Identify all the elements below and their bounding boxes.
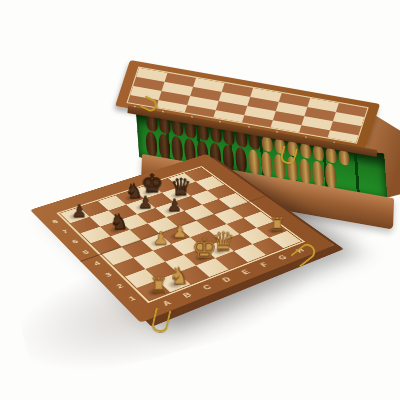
chessboard-perspective-wrap: ABCDEFGH 87654321 ♜♞♚♛♜♟♟♟♞♟♞♟♚♛ [0,117,356,337]
chessboard: ABCDEFGH 87654321 ♜♞♚♛♜♟♟♟♞♟♞♟♚♛ [30,154,335,323]
white-pawn-glyph: ♟ [172,223,188,240]
white-king-glyph: ♚ [192,233,218,261]
black-pawn-glyph: ♟ [138,194,153,211]
black-knight-glyph: ♞ [110,212,129,233]
white-pawn-glyph: ♟ [153,230,169,248]
product-photo-scene: ABCDEFGH 87654321 ♜♞♚♛♜♟♟♟♞♟♞♟♚♛ [0,0,400,400]
chess-piece-white-rook-h2: ♜ [256,221,287,238]
white-rook-glyph: ♜ [149,275,168,296]
white-rook-glyph: ♜ [269,215,286,234]
chess-piece-black-knight-b6: ♞ [100,220,130,236]
white-knight-glyph: ♞ [169,265,190,288]
chess-piece-white-pawn-c4: ♟ [141,234,172,251]
black-pawn-glyph: ♟ [167,197,182,214]
chess-piece-black-pawn-e6: ♟ [155,202,184,217]
black-pawn-glyph: ♟ [71,203,86,220]
pieces-layer: ♜♞♚♛♜♟♟♟♞♟♞♟♚♛ [60,168,301,301]
